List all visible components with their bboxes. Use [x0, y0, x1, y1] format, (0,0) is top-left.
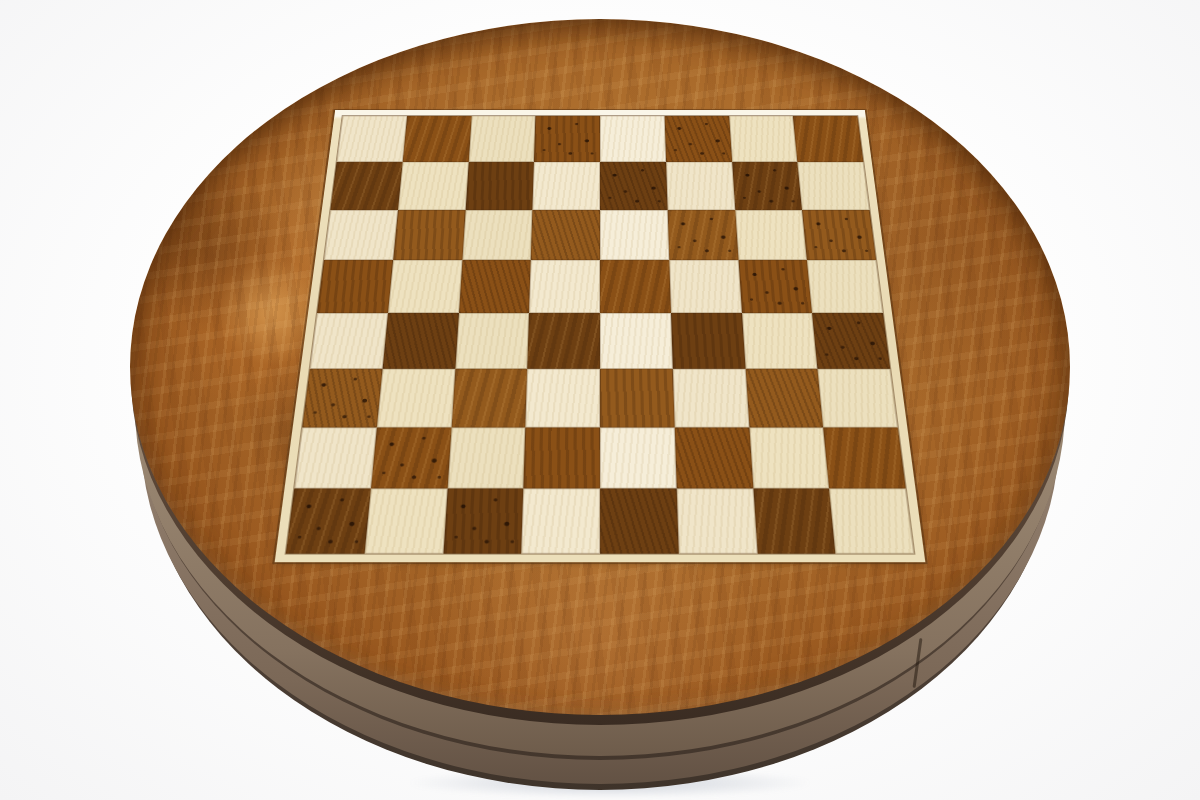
- square-g8[interactable]: [729, 116, 798, 162]
- square-g5[interactable]: [738, 260, 812, 313]
- square-h6[interactable]: [802, 210, 876, 260]
- square-c8[interactable]: [468, 116, 535, 162]
- square-h8[interactable]: [793, 116, 863, 162]
- square-f4[interactable]: [671, 313, 745, 369]
- square-f7[interactable]: [666, 162, 735, 210]
- square-b2[interactable]: [371, 427, 451, 489]
- square-d7[interactable]: [533, 162, 600, 210]
- square-h4[interactable]: [812, 313, 890, 369]
- square-e2[interactable]: [600, 427, 676, 489]
- square-g4[interactable]: [742, 313, 818, 369]
- square-e5[interactable]: [600, 260, 671, 313]
- square-g1[interactable]: [753, 489, 836, 554]
- square-c1[interactable]: [443, 489, 524, 554]
- square-a5[interactable]: [317, 260, 393, 313]
- square-a6[interactable]: [324, 210, 398, 260]
- square-h2[interactable]: [823, 427, 905, 489]
- square-a3[interactable]: [302, 369, 382, 427]
- square-g2[interactable]: [749, 427, 829, 489]
- square-h1[interactable]: [829, 489, 914, 554]
- square-b3[interactable]: [377, 369, 455, 427]
- square-b7[interactable]: [398, 162, 469, 210]
- square-g3[interactable]: [745, 369, 823, 427]
- square-a4[interactable]: [310, 313, 388, 369]
- board-frame: [275, 110, 926, 562]
- square-c4[interactable]: [455, 313, 529, 369]
- square-c3[interactable]: [451, 369, 527, 427]
- square-f6[interactable]: [667, 210, 738, 260]
- square-c6[interactable]: [462, 210, 533, 260]
- square-e4[interactable]: [600, 313, 673, 369]
- square-b5[interactable]: [388, 260, 462, 313]
- square-a8[interactable]: [337, 116, 407, 162]
- square-d8[interactable]: [534, 116, 600, 162]
- square-d2[interactable]: [524, 427, 600, 489]
- square-e7[interactable]: [600, 162, 667, 210]
- square-d5[interactable]: [529, 260, 600, 313]
- square-c7[interactable]: [465, 162, 534, 210]
- square-h7[interactable]: [798, 162, 870, 210]
- square-g6[interactable]: [735, 210, 807, 260]
- square-f2[interactable]: [674, 427, 752, 489]
- square-d3[interactable]: [526, 369, 600, 427]
- square-h5[interactable]: [807, 260, 883, 313]
- square-b6[interactable]: [393, 210, 465, 260]
- square-c2[interactable]: [447, 427, 525, 489]
- square-d1[interactable]: [521, 489, 600, 554]
- photo-backdrop: [0, 0, 1200, 800]
- square-g7[interactable]: [732, 162, 803, 210]
- square-c5[interactable]: [459, 260, 531, 313]
- square-e8[interactable]: [600, 116, 666, 162]
- square-a1[interactable]: [286, 489, 371, 554]
- square-d6[interactable]: [531, 210, 600, 260]
- square-b1[interactable]: [364, 489, 447, 554]
- square-h3[interactable]: [818, 369, 898, 427]
- square-f8[interactable]: [664, 116, 731, 162]
- square-e3[interactable]: [600, 369, 674, 427]
- square-b8[interactable]: [402, 116, 471, 162]
- square-b4[interactable]: [382, 313, 458, 369]
- square-f5[interactable]: [669, 260, 741, 313]
- square-f1[interactable]: [676, 489, 757, 554]
- chessboard: [275, 110, 926, 562]
- square-a2[interactable]: [294, 427, 376, 489]
- square-e1[interactable]: [600, 489, 679, 554]
- square-d4[interactable]: [527, 313, 600, 369]
- square-f3[interactable]: [673, 369, 749, 427]
- square-e6[interactable]: [600, 210, 669, 260]
- board-grid: [286, 116, 914, 554]
- square-a7[interactable]: [330, 162, 402, 210]
